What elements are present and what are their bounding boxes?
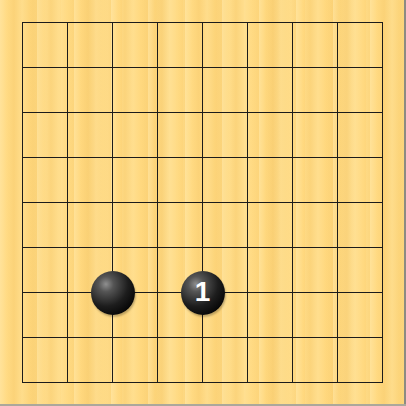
- move-number-label: 1: [195, 278, 211, 306]
- black-setup-stone: [91, 271, 135, 315]
- grid-line-horizontal-5: [22, 202, 383, 203]
- black-move-1-stone: 1: [181, 271, 225, 315]
- grid-line-horizontal-2: [22, 67, 383, 68]
- grid-line-horizontal-6: [22, 247, 383, 248]
- grid-line-horizontal-4: [22, 157, 383, 158]
- grid-line-horizontal-9: [22, 382, 383, 383]
- grid-line-horizontal-1: [22, 22, 383, 23]
- grid-line-horizontal-8: [22, 337, 383, 338]
- go-board[interactable]: 1: [0, 0, 406, 406]
- board-grid[interactable]: [22, 22, 383, 383]
- grid-line-horizontal-3: [22, 112, 383, 113]
